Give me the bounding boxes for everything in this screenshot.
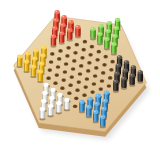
peg-highlight — [95, 103, 97, 104]
board-hole[interactable] — [108, 76, 113, 80]
peg-black[interactable] — [137, 70, 143, 84]
peg-blue[interactable] — [93, 110, 99, 124]
board-hole[interactable] — [68, 83, 73, 87]
board-hole[interactable] — [88, 53, 93, 57]
peg-highlight — [105, 38, 107, 39]
peg-cap — [117, 55, 122, 59]
peg-highlight — [113, 35, 115, 36]
board-hole[interactable] — [97, 50, 102, 54]
board-hole[interactable] — [64, 62, 69, 66]
peg-highlight — [108, 22, 110, 23]
peg-white[interactable] — [39, 107, 45, 121]
board-hole[interactable] — [55, 73, 60, 77]
peg-cap — [40, 54, 45, 58]
peg-red[interactable] — [59, 31, 65, 44]
peg-highlight — [34, 49, 36, 50]
peg-cap — [32, 57, 37, 61]
board-hole[interactable] — [81, 48, 86, 52]
peg-highlight — [18, 55, 20, 56]
peg-cap — [49, 96, 54, 100]
peg-highlight — [68, 29, 70, 30]
peg-cap — [99, 24, 104, 28]
peg-highlight — [122, 77, 124, 78]
peg-cap — [130, 73, 135, 77]
peg-cap — [94, 102, 99, 106]
peg-cap — [112, 34, 117, 38]
peg-highlight — [58, 94, 60, 95]
peg-highlight — [102, 108, 104, 109]
peg-cap — [104, 37, 109, 41]
board-hole[interactable] — [70, 75, 75, 79]
board-hole[interactable] — [83, 40, 88, 44]
board-hole[interactable] — [100, 79, 105, 83]
board-hole[interactable] — [65, 54, 70, 58]
peg-blue[interactable] — [86, 105, 92, 119]
board-hole[interactable] — [56, 65, 61, 69]
peg-highlight — [53, 27, 55, 28]
peg-cap — [33, 48, 38, 52]
peg-cap — [111, 42, 116, 46]
peg-cap — [25, 52, 30, 56]
peg-highlight — [91, 28, 93, 29]
peg-highlight — [103, 100, 105, 101]
peg-cap — [42, 91, 47, 95]
peg-highlight — [62, 16, 64, 17]
board-hole[interactable] — [78, 72, 83, 76]
board-hole[interactable] — [79, 64, 84, 68]
peg-red[interactable] — [50, 34, 56, 47]
peg-yellow[interactable] — [24, 60, 30, 73]
peg-highlight — [26, 52, 28, 53]
peg-highlight — [65, 99, 67, 100]
peg-highlight — [76, 26, 78, 27]
board-hole[interactable] — [63, 70, 68, 74]
peg-cap — [52, 26, 57, 30]
peg-blue[interactable] — [79, 100, 85, 114]
peg-cap — [38, 70, 43, 74]
board-hole[interactable] — [90, 45, 95, 49]
peg-white[interactable] — [64, 98, 70, 112]
board-hole[interactable] — [75, 43, 80, 47]
peg-highlight — [112, 43, 114, 44]
board-hole[interactable] — [49, 60, 54, 64]
peg-cap — [40, 107, 45, 111]
board-hole[interactable] — [99, 87, 104, 91]
peg-highlight — [105, 91, 107, 92]
peg-cap — [60, 23, 65, 27]
board-hole[interactable] — [73, 104, 78, 108]
board-hole[interactable] — [90, 90, 95, 94]
peg-highlight — [41, 108, 43, 109]
peg-cap — [61, 15, 66, 19]
peg-highlight — [96, 94, 98, 95]
peg-highlight — [51, 89, 53, 90]
peg-cap — [96, 94, 101, 98]
board-hole[interactable] — [67, 91, 72, 95]
peg-cap — [68, 20, 73, 24]
peg-highlight — [114, 80, 116, 81]
photo-stage — [0, 0, 160, 160]
peg-cap — [121, 76, 126, 80]
peg-cap — [124, 60, 129, 64]
peg-highlight — [115, 72, 117, 73]
peg-red[interactable] — [67, 28, 73, 41]
board-hole[interactable] — [73, 51, 78, 55]
peg-cap — [41, 99, 46, 103]
peg-highlight — [99, 25, 101, 26]
peg-highlight — [54, 19, 56, 20]
peg-black[interactable] — [113, 79, 119, 93]
peg-yellow[interactable] — [37, 70, 43, 84]
peg-highlight — [116, 64, 118, 65]
peg-cap — [55, 10, 60, 14]
board-hole[interactable] — [87, 61, 92, 65]
board-hole[interactable] — [101, 71, 106, 75]
board-hole[interactable] — [71, 67, 76, 71]
peg-cap — [67, 28, 72, 32]
peg-cap — [17, 55, 22, 59]
peg-cap — [79, 100, 84, 104]
peg-yellow[interactable] — [30, 65, 36, 79]
board-hole[interactable] — [85, 77, 90, 81]
board-hole[interactable] — [93, 74, 98, 78]
peg-highlight — [42, 46, 44, 47]
peg-green[interactable] — [104, 37, 110, 50]
peg-highlight — [94, 111, 96, 112]
peg-cap — [123, 68, 128, 72]
peg-highlight — [50, 97, 52, 98]
peg-white[interactable] — [56, 101, 62, 115]
peg-highlight — [101, 116, 103, 117]
peg-highlight — [98, 33, 100, 34]
peg-highlight — [44, 84, 46, 85]
peg-cap — [43, 83, 48, 87]
peg-highlight — [132, 66, 134, 67]
board-hole[interactable] — [94, 66, 99, 70]
peg-highlight — [61, 24, 63, 25]
peg-highlight — [125, 61, 127, 62]
peg-cap — [114, 26, 119, 30]
peg-cap — [115, 18, 120, 22]
peg-cap — [56, 101, 61, 105]
peg-cap — [57, 93, 62, 97]
board-hole[interactable] — [50, 52, 55, 56]
board-hole[interactable] — [75, 88, 80, 92]
peg-highlight — [40, 62, 42, 63]
peg-cap — [50, 88, 55, 92]
board-hole[interactable] — [58, 49, 63, 53]
board-hole[interactable] — [72, 59, 77, 63]
board-hole[interactable] — [53, 81, 58, 85]
peg-black[interactable] — [129, 73, 135, 87]
peg-cap — [104, 91, 109, 95]
peg-highlight — [116, 19, 118, 20]
peg-cap — [101, 107, 106, 111]
peg-cap — [48, 104, 53, 108]
peg-green[interactable] — [97, 32, 103, 45]
board-hole[interactable] — [77, 80, 82, 84]
peg-cap — [93, 110, 98, 114]
peg-cap — [113, 79, 118, 83]
peg-highlight — [41, 54, 43, 55]
peg-cap — [24, 60, 29, 64]
peg-cap — [59, 31, 64, 35]
peg-cap — [51, 34, 56, 38]
peg-highlight — [130, 74, 132, 75]
peg-yellow[interactable] — [17, 55, 23, 68]
peg-highlight — [52, 35, 54, 36]
peg-blue[interactable] — [100, 115, 106, 129]
board-hole[interactable] — [74, 96, 79, 100]
board-hole[interactable] — [86, 69, 91, 73]
board-hole[interactable] — [110, 60, 115, 64]
peg-cap — [75, 25, 80, 29]
peg-cap — [116, 63, 121, 67]
peg-highlight — [88, 98, 90, 99]
peg-cap — [64, 98, 69, 102]
board-hole[interactable] — [103, 55, 108, 59]
board-hole[interactable] — [109, 68, 114, 72]
peg-cap — [97, 32, 102, 36]
board-hole[interactable] — [95, 58, 100, 62]
peg-highlight — [57, 102, 59, 103]
peg-cap — [88, 97, 93, 101]
peg-cap — [39, 62, 44, 66]
peg-cap — [103, 99, 108, 103]
peg-highlight — [80, 101, 82, 102]
peg-highlight — [39, 70, 41, 71]
board-hole[interactable] — [107, 84, 112, 88]
board-hole[interactable] — [82, 93, 87, 97]
peg-highlight — [33, 57, 35, 58]
peg-red[interactable] — [75, 25, 81, 38]
peg-highlight — [118, 56, 120, 57]
peg-highlight — [55, 11, 57, 12]
peg-cap — [90, 27, 95, 31]
peg-highlight — [42, 100, 44, 101]
peg-cap — [106, 29, 111, 33]
peg-cap — [131, 65, 136, 69]
board-hole[interactable] — [61, 78, 66, 82]
peg-cap — [114, 71, 119, 75]
peg-highlight — [32, 65, 34, 66]
board-hole[interactable] — [92, 82, 97, 86]
peg-highlight — [49, 105, 51, 106]
board-hole[interactable] — [66, 46, 71, 50]
peg-highlight — [25, 60, 27, 61]
board-hole[interactable] — [80, 56, 85, 60]
peg-highlight — [69, 21, 71, 22]
board-hole[interactable] — [57, 57, 62, 61]
peg-highlight — [106, 30, 108, 31]
peg-cap — [100, 115, 105, 119]
peg-highlight — [43, 92, 45, 93]
peg-highlight — [60, 32, 62, 33]
peg-black[interactable] — [121, 76, 127, 90]
board-hole[interactable] — [48, 68, 53, 72]
peg-white[interactable] — [48, 104, 54, 118]
board-hole[interactable] — [83, 85, 88, 89]
peg-cap — [86, 105, 91, 109]
chinese-checkers-board — [0, 0, 160, 160]
peg-green[interactable] — [90, 27, 96, 40]
board-hole[interactable] — [46, 76, 51, 80]
peg-cap — [31, 65, 36, 69]
board-hole[interactable] — [60, 86, 65, 90]
peg-cap — [53, 18, 58, 22]
peg-cap — [107, 21, 112, 25]
peg-cap — [138, 70, 143, 74]
board-hole[interactable] — [102, 63, 107, 67]
peg-highlight — [123, 69, 125, 70]
peg-highlight — [87, 106, 89, 107]
peg-highlight — [114, 27, 116, 28]
peg-green[interactable] — [111, 42, 117, 55]
peg-cap — [41, 45, 46, 49]
peg-highlight — [138, 71, 140, 72]
